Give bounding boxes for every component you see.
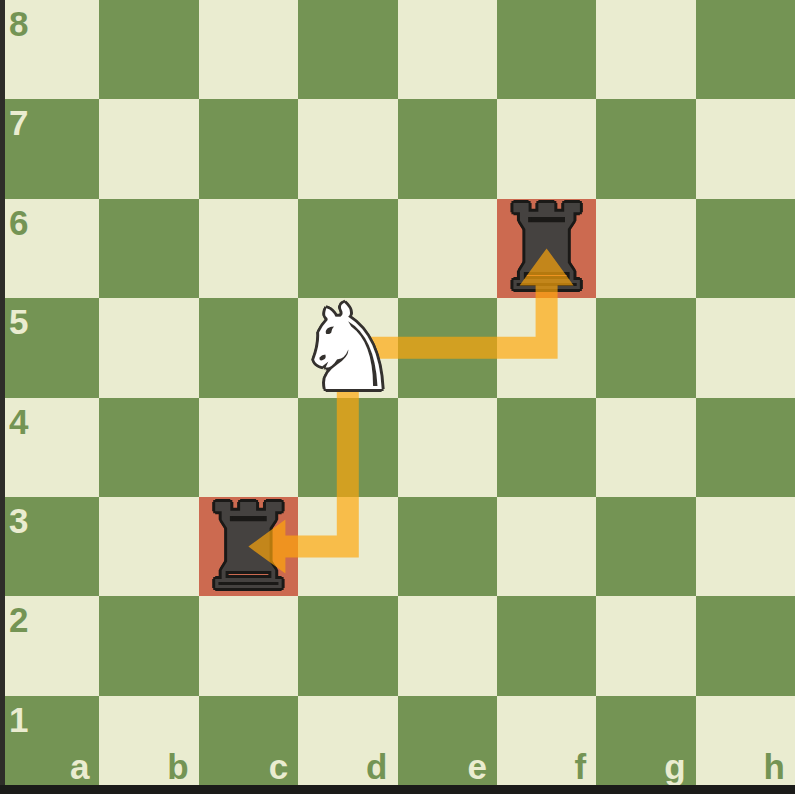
rank-label-1: 1 — [9, 702, 28, 737]
square-h8[interactable] — [696, 0, 795, 99]
square-b4[interactable] — [99, 398, 198, 497]
square-e2[interactable] — [398, 596, 497, 695]
square-h7[interactable] — [696, 99, 795, 198]
square-d7[interactable] — [298, 99, 397, 198]
square-e7[interactable] — [398, 99, 497, 198]
square-b3[interactable] — [99, 497, 198, 596]
file-label-f: f — [575, 749, 587, 784]
rank-label-4: 4 — [9, 404, 28, 439]
square-a7[interactable]: 7 — [0, 99, 99, 198]
square-e6[interactable] — [398, 199, 497, 298]
file-label-h: h — [764, 749, 785, 784]
square-b8[interactable] — [99, 0, 198, 99]
square-e5[interactable] — [398, 298, 497, 397]
square-b5[interactable] — [99, 298, 198, 397]
square-h4[interactable] — [696, 398, 795, 497]
square-f8[interactable] — [497, 0, 596, 99]
square-f2[interactable] — [497, 596, 596, 695]
black-rook-f6[interactable]: ♜ — [497, 199, 596, 298]
square-d3[interactable] — [298, 497, 397, 596]
rook-icon: ♜ — [196, 488, 302, 606]
square-c7[interactable] — [199, 99, 298, 198]
square-a3[interactable]: 3 — [0, 497, 99, 596]
square-d2[interactable] — [298, 596, 397, 695]
file-label-b: b — [167, 749, 188, 784]
square-e3[interactable] — [398, 497, 497, 596]
square-c8[interactable] — [199, 0, 298, 99]
rank-label-3: 3 — [9, 503, 28, 538]
square-b6[interactable] — [99, 199, 198, 298]
square-h6[interactable] — [696, 199, 795, 298]
rank-label-8: 8 — [9, 6, 28, 41]
square-g8[interactable] — [596, 0, 695, 99]
board-bottom-edge — [0, 785, 795, 794]
square-a1[interactable]: 1a — [0, 696, 99, 794]
square-a2[interactable]: 2 — [0, 596, 99, 695]
board-left-edge — [0, 0, 5, 794]
square-b2[interactable] — [99, 596, 198, 695]
square-h1[interactable]: h — [696, 696, 795, 794]
rank-label-5: 5 — [9, 304, 28, 339]
square-f3[interactable] — [497, 497, 596, 596]
square-a6[interactable]: 6 — [0, 199, 99, 298]
square-c6[interactable] — [199, 199, 298, 298]
square-c5[interactable] — [199, 298, 298, 397]
square-e8[interactable] — [398, 0, 497, 99]
square-b7[interactable] — [99, 99, 198, 198]
square-a8[interactable]: 8 — [0, 0, 99, 99]
file-label-a: a — [70, 749, 89, 784]
square-g1[interactable]: g — [596, 696, 695, 794]
square-g2[interactable] — [596, 596, 695, 695]
square-e4[interactable] — [398, 398, 497, 497]
square-g4[interactable] — [596, 398, 695, 497]
square-h3[interactable] — [696, 497, 795, 596]
white-knight-d5[interactable]: ♞ — [298, 298, 397, 397]
rank-label-7: 7 — [9, 105, 28, 140]
file-label-c: c — [269, 749, 288, 784]
rank-label-2: 2 — [9, 602, 28, 637]
square-g5[interactable] — [596, 298, 695, 397]
square-a4[interactable]: 4 — [0, 398, 99, 497]
rank-label-6: 6 — [9, 205, 28, 240]
square-d1[interactable]: d — [298, 696, 397, 794]
square-c1[interactable]: c — [199, 696, 298, 794]
square-f1[interactable]: f — [497, 696, 596, 794]
file-label-d: d — [366, 749, 387, 784]
square-g3[interactable] — [596, 497, 695, 596]
knight-icon: ♞ — [295, 289, 401, 407]
square-b1[interactable]: b — [99, 696, 198, 794]
square-g6[interactable] — [596, 199, 695, 298]
chess-board-app: 87654321abcdefgh ♞♜♜ — [0, 0, 795, 794]
rook-icon: ♜ — [494, 189, 600, 307]
file-label-g: g — [664, 749, 685, 784]
square-f4[interactable] — [497, 398, 596, 497]
square-e1[interactable]: e — [398, 696, 497, 794]
square-d8[interactable] — [298, 0, 397, 99]
square-h5[interactable] — [696, 298, 795, 397]
square-g7[interactable] — [596, 99, 695, 198]
square-a5[interactable]: 5 — [0, 298, 99, 397]
file-label-e: e — [467, 749, 486, 784]
black-rook-c3[interactable]: ♜ — [199, 497, 298, 596]
square-h2[interactable] — [696, 596, 795, 695]
